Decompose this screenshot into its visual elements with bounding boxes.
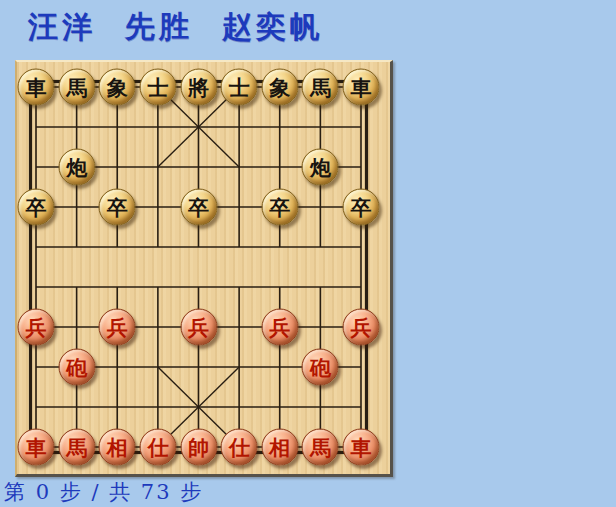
- piece-red-cannon[interactable]: 砲: [58, 349, 95, 386]
- piece-black-advisor[interactable]: 士: [221, 69, 258, 106]
- match-title: 汪洋 先胜 赵奕帆: [28, 7, 324, 48]
- piece-red-advisor[interactable]: 仕: [221, 429, 258, 466]
- piece-red-horse[interactable]: 馬: [302, 429, 339, 466]
- piece-black-cannon[interactable]: 炮: [302, 149, 339, 186]
- board-grid: [17, 62, 390, 474]
- piece-red-chariot[interactable]: 車: [18, 429, 55, 466]
- piece-black-soldier[interactable]: 卒: [261, 189, 298, 226]
- piece-red-soldier[interactable]: 兵: [180, 309, 217, 346]
- piece-red-horse[interactable]: 馬: [58, 429, 95, 466]
- piece-black-soldier[interactable]: 卒: [343, 189, 380, 226]
- app-window: 汪洋 先胜 赵奕帆 車馬象士將士象馬車炮炮卒卒卒卒卒兵兵兵兵兵砲砲車馬相仕帥仕相…: [0, 0, 616, 507]
- piece-red-chariot[interactable]: 車: [343, 429, 380, 466]
- piece-black-elephant[interactable]: 象: [99, 69, 136, 106]
- piece-red-cannon[interactable]: 砲: [302, 349, 339, 386]
- piece-black-soldier[interactable]: 卒: [18, 189, 55, 226]
- piece-red-elephant[interactable]: 相: [261, 429, 298, 466]
- piece-red-soldier[interactable]: 兵: [343, 309, 380, 346]
- piece-black-chariot[interactable]: 車: [343, 69, 380, 106]
- move-counter: 第 0 步 / 共 73 步: [4, 478, 203, 506]
- piece-black-horse[interactable]: 馬: [58, 69, 95, 106]
- piece-black-soldier[interactable]: 卒: [180, 189, 217, 226]
- piece-black-cannon[interactable]: 炮: [58, 149, 95, 186]
- piece-red-soldier[interactable]: 兵: [99, 309, 136, 346]
- piece-black-elephant[interactable]: 象: [261, 69, 298, 106]
- piece-black-chariot[interactable]: 車: [18, 69, 55, 106]
- piece-red-soldier[interactable]: 兵: [261, 309, 298, 346]
- piece-red-elephant[interactable]: 相: [99, 429, 136, 466]
- xiangqi-board[interactable]: 車馬象士將士象馬車炮炮卒卒卒卒卒兵兵兵兵兵砲砲車馬相仕帥仕相馬車: [15, 60, 393, 477]
- piece-red-soldier[interactable]: 兵: [18, 309, 55, 346]
- piece-black-soldier[interactable]: 卒: [99, 189, 136, 226]
- piece-red-general[interactable]: 帥: [180, 429, 217, 466]
- piece-red-advisor[interactable]: 仕: [139, 429, 176, 466]
- piece-black-advisor[interactable]: 士: [139, 69, 176, 106]
- piece-black-general[interactable]: 將: [180, 69, 217, 106]
- piece-black-horse[interactable]: 馬: [302, 69, 339, 106]
